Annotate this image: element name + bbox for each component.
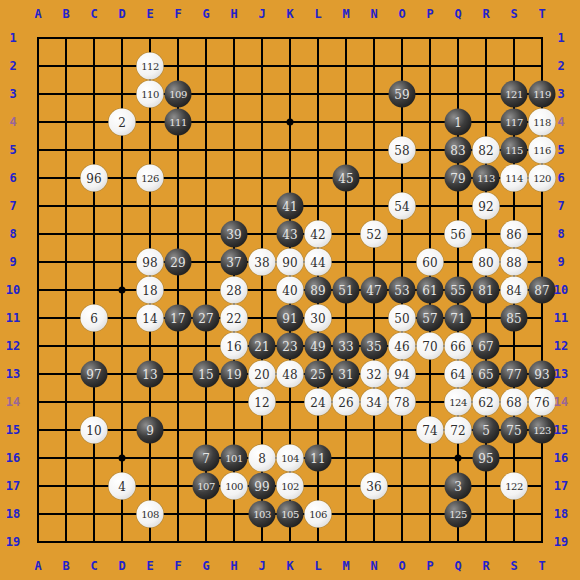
move-number: 126 xyxy=(141,173,159,183)
stone-black-35: 35 xyxy=(361,333,388,360)
coord-label-left-8[interactable]: 8 xyxy=(9,228,16,240)
stone-black-89: 89 xyxy=(305,277,332,304)
stone-white-122: 122 xyxy=(501,473,528,500)
stone-black-101: 101 xyxy=(221,445,248,472)
move-number: 115 xyxy=(505,145,523,155)
move-number: 17 xyxy=(170,312,185,324)
coord-label-top-S[interactable]: S xyxy=(510,8,517,20)
move-number: 101 xyxy=(225,453,243,463)
coord-label-left-15[interactable]: 15 xyxy=(6,424,20,436)
coord-label-left-6[interactable]: 6 xyxy=(9,172,16,184)
stone-white-16: 16 xyxy=(221,333,248,360)
go-board: AABBCCDDEEFFGGHHJJKKLLMMNNOOPPQQRRSSTT11… xyxy=(0,0,580,580)
move-number: 62 xyxy=(478,396,493,408)
move-number: 45 xyxy=(338,172,353,184)
coord-label-left-10[interactable]: 10 xyxy=(6,284,20,296)
star-point-K4 xyxy=(287,119,294,126)
stone-white-62: 62 xyxy=(473,389,500,416)
stone-black-7: 7 xyxy=(193,445,220,472)
stone-white-18: 18 xyxy=(137,277,164,304)
move-number: 48 xyxy=(282,368,297,380)
coord-label-left-1[interactable]: 1 xyxy=(9,32,16,44)
move-number: 106 xyxy=(309,509,327,519)
stone-black-67: 67 xyxy=(473,333,500,360)
move-number: 47 xyxy=(366,284,381,296)
move-number: 52 xyxy=(366,228,381,240)
coord-label-left-7[interactable]: 7 xyxy=(9,200,16,212)
move-number: 68 xyxy=(506,396,521,408)
stone-white-48: 48 xyxy=(277,361,304,388)
stone-black-77: 77 xyxy=(501,361,528,388)
stone-black-65: 65 xyxy=(473,361,500,388)
coord-label-left-4[interactable]: 4 xyxy=(9,116,16,128)
coord-label-top-K[interactable]: K xyxy=(286,8,293,20)
move-number: 59 xyxy=(394,88,409,100)
coord-label-right-14[interactable]: 14 xyxy=(554,396,568,408)
coord-label-top-R[interactable]: R xyxy=(482,8,489,20)
stone-white-32: 32 xyxy=(361,361,388,388)
stone-white-58: 58 xyxy=(389,137,416,164)
move-number: 113 xyxy=(477,173,495,183)
move-number: 2 xyxy=(118,116,126,128)
stone-black-103: 103 xyxy=(249,501,276,528)
stone-white-70: 70 xyxy=(417,333,444,360)
move-number: 28 xyxy=(226,284,241,296)
coord-label-right-11[interactable]: 11 xyxy=(554,312,568,324)
coord-label-right-17[interactable]: 17 xyxy=(554,480,568,492)
move-number: 31 xyxy=(338,368,353,380)
stone-white-92: 92 xyxy=(473,193,500,220)
stone-white-52: 52 xyxy=(361,221,388,248)
stone-black-13: 13 xyxy=(137,361,164,388)
stone-black-43: 43 xyxy=(277,221,304,248)
move-number: 21 xyxy=(254,340,269,352)
move-number: 36 xyxy=(366,480,381,492)
move-number: 13 xyxy=(142,368,157,380)
coord-label-left-18[interactable]: 18 xyxy=(6,508,20,520)
move-number: 43 xyxy=(282,228,297,240)
coord-label-right-13[interactable]: 13 xyxy=(554,368,568,380)
stone-black-55: 55 xyxy=(445,277,472,304)
move-number: 3 xyxy=(454,480,462,492)
move-number: 6 xyxy=(90,312,98,324)
coord-label-top-B[interactable]: B xyxy=(62,8,69,20)
stone-black-49: 49 xyxy=(305,333,332,360)
coord-label-right-7[interactable]: 7 xyxy=(557,200,564,212)
coord-label-right-5[interactable]: 5 xyxy=(557,144,564,156)
move-number: 118 xyxy=(533,117,551,127)
stone-white-30: 30 xyxy=(305,305,332,332)
stone-black-9: 9 xyxy=(137,417,164,444)
coord-label-left-2[interactable]: 2 xyxy=(9,60,16,72)
move-number: 90 xyxy=(282,256,297,268)
move-number: 26 xyxy=(338,396,353,408)
coord-label-top-H[interactable]: H xyxy=(230,8,237,20)
coord-label-bottom-R[interactable]: R xyxy=(482,560,489,572)
stone-white-46: 46 xyxy=(389,333,416,360)
stone-white-56: 56 xyxy=(445,221,472,248)
move-number: 9 xyxy=(146,424,154,436)
move-number: 86 xyxy=(506,228,521,240)
move-number: 83 xyxy=(450,144,465,156)
move-number: 119 xyxy=(533,89,551,99)
stone-black-83: 83 xyxy=(445,137,472,164)
stone-white-64: 64 xyxy=(445,361,472,388)
move-number: 35 xyxy=(366,340,381,352)
coord-label-left-17[interactable]: 17 xyxy=(6,480,20,492)
move-number: 51 xyxy=(338,284,353,296)
move-number: 109 xyxy=(169,89,187,99)
stone-black-5: 5 xyxy=(473,417,500,444)
stone-white-78: 78 xyxy=(389,389,416,416)
coord-label-bottom-Q[interactable]: Q xyxy=(454,560,461,572)
coord-label-right-10[interactable]: 10 xyxy=(554,284,568,296)
coord-label-top-J[interactable]: J xyxy=(258,8,265,20)
move-number: 1 xyxy=(454,116,462,128)
move-number: 58 xyxy=(394,144,409,156)
stone-black-105: 105 xyxy=(277,501,304,528)
move-number: 76 xyxy=(534,396,549,408)
stone-white-108: 108 xyxy=(137,501,164,528)
stone-black-117: 117 xyxy=(501,109,528,136)
stone-white-36: 36 xyxy=(361,473,388,500)
stone-white-118: 118 xyxy=(529,109,556,136)
stone-white-68: 68 xyxy=(501,389,528,416)
coord-label-bottom-G[interactable]: G xyxy=(202,560,209,572)
stone-white-40: 40 xyxy=(277,277,304,304)
stone-white-120: 120 xyxy=(529,165,556,192)
stone-white-44: 44 xyxy=(305,249,332,276)
move-number: 60 xyxy=(422,256,437,268)
stone-white-6: 6 xyxy=(81,305,108,332)
star-point-D16 xyxy=(119,455,126,462)
stone-white-26: 26 xyxy=(333,389,360,416)
stone-white-54: 54 xyxy=(389,193,416,220)
coord-label-bottom-D[interactable]: D xyxy=(118,560,125,572)
coord-label-left-11[interactable]: 11 xyxy=(6,312,20,324)
move-number: 8 xyxy=(258,452,266,464)
stone-black-99: 99 xyxy=(249,473,276,500)
stone-black-87: 87 xyxy=(529,277,556,304)
coord-label-left-3[interactable]: 3 xyxy=(9,88,16,100)
coord-label-left-14[interactable]: 14 xyxy=(6,396,20,408)
move-number: 117 xyxy=(505,117,523,127)
stone-black-71: 71 xyxy=(445,305,472,332)
move-number: 57 xyxy=(422,312,437,324)
coord-label-bottom-O[interactable]: O xyxy=(398,560,405,572)
move-number: 77 xyxy=(506,368,521,380)
coord-label-bottom-S[interactable]: S xyxy=(510,560,517,572)
stone-black-37: 37 xyxy=(221,249,248,276)
coord-label-bottom-K[interactable]: K xyxy=(286,560,293,572)
move-number: 79 xyxy=(450,172,465,184)
move-number: 94 xyxy=(394,368,409,380)
stone-white-94: 94 xyxy=(389,361,416,388)
move-number: 81 xyxy=(478,284,493,296)
stone-white-66: 66 xyxy=(445,333,472,360)
move-number: 24 xyxy=(310,396,325,408)
move-number: 98 xyxy=(142,256,157,268)
coord-label-right-16[interactable]: 16 xyxy=(554,452,568,464)
move-number: 120 xyxy=(533,173,551,183)
stone-black-3: 3 xyxy=(445,473,472,500)
stone-white-90: 90 xyxy=(277,249,304,276)
stone-black-81: 81 xyxy=(473,277,500,304)
coord-label-bottom-T[interactable]: T xyxy=(538,560,545,572)
move-number: 93 xyxy=(534,368,549,380)
stone-black-21: 21 xyxy=(249,333,276,360)
move-number: 41 xyxy=(282,200,297,212)
stone-white-84: 84 xyxy=(501,277,528,304)
stone-black-75: 75 xyxy=(501,417,528,444)
stone-white-80: 80 xyxy=(473,249,500,276)
stone-black-125: 125 xyxy=(445,501,472,528)
stone-white-34: 34 xyxy=(361,389,388,416)
coord-label-top-M[interactable]: M xyxy=(342,8,349,20)
stone-black-121: 121 xyxy=(501,81,528,108)
coord-label-right-4[interactable]: 4 xyxy=(557,116,564,128)
coord-label-right-6[interactable]: 6 xyxy=(557,172,564,184)
coord-label-right-1[interactable]: 1 xyxy=(557,32,564,44)
coord-label-top-N[interactable]: N xyxy=(370,8,377,20)
coord-label-left-19[interactable]: 19 xyxy=(6,536,20,548)
coord-label-top-F[interactable]: F xyxy=(174,8,181,20)
move-number: 96 xyxy=(86,172,101,184)
move-number: 95 xyxy=(478,452,493,464)
move-number: 16 xyxy=(226,340,241,352)
stone-white-60: 60 xyxy=(417,249,444,276)
coord-label-bottom-C[interactable]: C xyxy=(90,560,97,572)
move-number: 102 xyxy=(281,481,299,491)
move-number: 105 xyxy=(281,509,299,519)
coord-label-bottom-L[interactable]: L xyxy=(314,560,321,572)
stone-white-12: 12 xyxy=(249,389,276,416)
move-number: 4 xyxy=(118,480,126,492)
stone-black-91: 91 xyxy=(277,305,304,332)
stone-black-109: 109 xyxy=(165,81,192,108)
stone-black-93: 93 xyxy=(529,361,556,388)
coord-label-top-L[interactable]: L xyxy=(314,8,321,20)
move-number: 70 xyxy=(422,340,437,352)
stone-white-82: 82 xyxy=(473,137,500,164)
stone-black-111: 111 xyxy=(165,109,192,136)
move-number: 123 xyxy=(533,425,551,435)
stone-white-74: 74 xyxy=(417,417,444,444)
coord-label-left-5[interactable]: 5 xyxy=(9,144,16,156)
move-number: 104 xyxy=(281,453,299,463)
move-number: 75 xyxy=(506,424,521,436)
stone-black-95: 95 xyxy=(473,445,500,472)
move-number: 84 xyxy=(506,284,521,296)
coord-label-bottom-A[interactable]: A xyxy=(34,560,41,572)
coord-label-top-A[interactable]: A xyxy=(34,8,41,20)
move-number: 42 xyxy=(310,228,325,240)
coord-label-top-E[interactable]: E xyxy=(146,8,153,20)
move-number: 92 xyxy=(478,200,493,212)
stone-black-1: 1 xyxy=(445,109,472,136)
stone-white-10: 10 xyxy=(81,417,108,444)
move-number: 30 xyxy=(310,312,325,324)
move-number: 39 xyxy=(226,228,241,240)
coord-label-bottom-P[interactable]: P xyxy=(426,560,433,572)
coord-label-top-Q[interactable]: Q xyxy=(454,8,461,20)
coord-label-top-G[interactable]: G xyxy=(202,8,209,20)
move-number: 107 xyxy=(197,481,215,491)
stone-black-123: 123 xyxy=(529,417,556,444)
coord-label-right-18[interactable]: 18 xyxy=(554,508,568,520)
stone-white-76: 76 xyxy=(529,389,556,416)
stone-black-97: 97 xyxy=(81,361,108,388)
coord-label-top-O[interactable]: O xyxy=(398,8,405,20)
stone-white-20: 20 xyxy=(249,361,276,388)
stone-black-113: 113 xyxy=(473,165,500,192)
move-number: 20 xyxy=(254,368,269,380)
coord-label-bottom-M[interactable]: M xyxy=(342,560,349,572)
move-number: 88 xyxy=(506,256,521,268)
coord-label-right-8[interactable]: 8 xyxy=(557,228,564,240)
stone-black-79: 79 xyxy=(445,165,472,192)
stone-black-19: 19 xyxy=(221,361,248,388)
stone-white-100: 100 xyxy=(221,473,248,500)
coord-label-bottom-H[interactable]: H xyxy=(230,560,237,572)
move-number: 27 xyxy=(198,312,213,324)
coord-label-right-19[interactable]: 19 xyxy=(554,536,568,548)
stone-black-27: 27 xyxy=(193,305,220,332)
stone-white-96: 96 xyxy=(81,165,108,192)
move-number: 40 xyxy=(282,284,297,296)
coord-label-top-D[interactable]: D xyxy=(118,8,125,20)
stone-white-98: 98 xyxy=(137,249,164,276)
coord-label-bottom-B[interactable]: B xyxy=(62,560,69,572)
coord-label-right-9[interactable]: 9 xyxy=(557,256,564,268)
move-number: 103 xyxy=(253,509,271,519)
star-point-Q16 xyxy=(455,455,462,462)
move-number: 61 xyxy=(422,284,437,296)
coord-label-bottom-J[interactable]: J xyxy=(258,560,265,572)
coord-label-bottom-F[interactable]: F xyxy=(174,560,181,572)
move-number: 11 xyxy=(310,452,325,464)
stone-white-14: 14 xyxy=(137,305,164,332)
stone-white-42: 42 xyxy=(305,221,332,248)
move-number: 121 xyxy=(505,89,523,99)
stone-black-47: 47 xyxy=(361,277,388,304)
move-number: 22 xyxy=(226,312,241,324)
move-number: 111 xyxy=(169,117,187,127)
move-number: 124 xyxy=(449,397,467,407)
move-number: 67 xyxy=(478,340,493,352)
move-number: 71 xyxy=(450,312,465,324)
stone-white-24: 24 xyxy=(305,389,332,416)
stone-white-110: 110 xyxy=(137,81,164,108)
coord-label-bottom-N[interactable]: N xyxy=(370,560,377,572)
stone-black-53: 53 xyxy=(389,277,416,304)
stone-white-72: 72 xyxy=(445,417,472,444)
coord-label-right-3[interactable]: 3 xyxy=(557,88,564,100)
coord-label-right-12[interactable]: 12 xyxy=(554,340,568,352)
stone-white-86: 86 xyxy=(501,221,528,248)
stone-black-107: 107 xyxy=(193,473,220,500)
move-number: 38 xyxy=(254,256,269,268)
coord-label-left-16[interactable]: 16 xyxy=(6,452,20,464)
stone-black-57: 57 xyxy=(417,305,444,332)
coord-label-right-15[interactable]: 15 xyxy=(554,424,568,436)
stone-black-23: 23 xyxy=(277,333,304,360)
move-number: 114 xyxy=(505,173,523,183)
stone-black-41: 41 xyxy=(277,193,304,220)
coord-label-bottom-E[interactable]: E xyxy=(146,560,153,572)
move-number: 18 xyxy=(142,284,157,296)
coord-label-top-T[interactable]: T xyxy=(538,8,545,20)
move-number: 122 xyxy=(505,481,523,491)
move-number: 54 xyxy=(394,200,409,212)
move-number: 15 xyxy=(198,368,213,380)
move-number: 14 xyxy=(142,312,157,324)
move-number: 29 xyxy=(170,256,185,268)
coord-label-right-2[interactable]: 2 xyxy=(557,60,564,72)
stone-white-126: 126 xyxy=(137,165,164,192)
move-number: 50 xyxy=(394,312,409,324)
stone-black-59: 59 xyxy=(389,81,416,108)
move-number: 32 xyxy=(366,368,381,380)
stone-black-11: 11 xyxy=(305,445,332,472)
move-number: 46 xyxy=(394,340,409,352)
move-number: 12 xyxy=(254,396,269,408)
stone-white-8: 8 xyxy=(249,445,276,472)
move-number: 10 xyxy=(86,424,101,436)
move-number: 110 xyxy=(141,89,159,99)
coord-label-top-C[interactable]: C xyxy=(90,8,97,20)
stone-black-33: 33 xyxy=(333,333,360,360)
move-number: 53 xyxy=(394,284,409,296)
stone-black-29: 29 xyxy=(165,249,192,276)
stone-white-116: 116 xyxy=(529,137,556,164)
move-number: 116 xyxy=(533,145,551,155)
stone-white-102: 102 xyxy=(277,473,304,500)
move-number: 66 xyxy=(450,340,465,352)
stone-black-15: 15 xyxy=(193,361,220,388)
move-number: 55 xyxy=(450,284,465,296)
move-number: 85 xyxy=(506,312,521,324)
coord-label-left-9[interactable]: 9 xyxy=(9,256,16,268)
move-number: 87 xyxy=(534,284,549,296)
stone-black-39: 39 xyxy=(221,221,248,248)
stone-white-4: 4 xyxy=(109,473,136,500)
stone-black-119: 119 xyxy=(529,81,556,108)
move-number: 99 xyxy=(254,480,269,492)
stone-white-22: 22 xyxy=(221,305,248,332)
coord-label-left-12[interactable]: 12 xyxy=(6,340,20,352)
move-number: 82 xyxy=(478,144,493,156)
move-number: 34 xyxy=(366,396,381,408)
move-number: 64 xyxy=(450,368,465,380)
stone-white-104: 104 xyxy=(277,445,304,472)
move-number: 23 xyxy=(282,340,297,352)
move-number: 80 xyxy=(478,256,493,268)
move-number: 78 xyxy=(394,396,409,408)
stone-black-51: 51 xyxy=(333,277,360,304)
move-number: 89 xyxy=(310,284,325,296)
move-number: 19 xyxy=(226,368,241,380)
coord-label-top-P[interactable]: P xyxy=(426,8,433,20)
star-point-D10 xyxy=(119,287,126,294)
move-number: 25 xyxy=(310,368,325,380)
move-number: 72 xyxy=(450,424,465,436)
move-number: 125 xyxy=(449,509,467,519)
stone-white-2: 2 xyxy=(109,109,136,136)
stone-black-25: 25 xyxy=(305,361,332,388)
coord-label-left-13[interactable]: 13 xyxy=(6,368,20,380)
move-number: 44 xyxy=(310,256,325,268)
